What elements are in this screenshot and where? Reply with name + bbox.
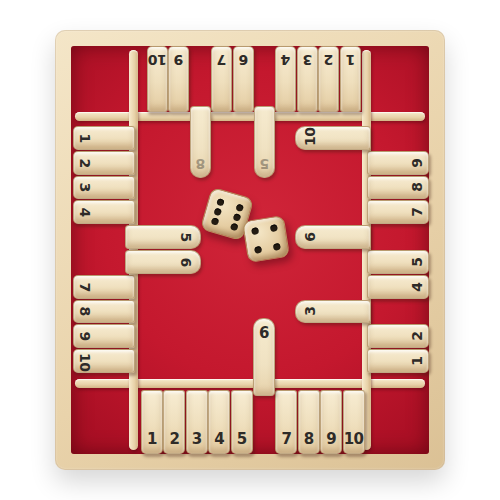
tile-number: 9 xyxy=(321,432,341,447)
tile-right-4-open[interactable]: 4 xyxy=(367,275,429,299)
die-pip xyxy=(254,246,262,254)
tile-top-5-closed[interactable]: 5 xyxy=(254,106,275,178)
tile-right-2-open[interactable]: 2 xyxy=(367,324,429,348)
tile-number: 4 xyxy=(78,204,92,220)
tile-bottom-4-open[interactable]: 4 xyxy=(208,390,230,454)
tile-number: 10 xyxy=(148,53,167,67)
tile-right-10-closed[interactable]: 10 xyxy=(295,126,371,150)
tile-left-2-open[interactable]: 2 xyxy=(73,151,135,175)
tile-bottom-7-open[interactable]: 7 xyxy=(275,390,297,454)
tile-right-1-open[interactable]: 1 xyxy=(367,349,429,373)
tile-top-6-open[interactable]: 6 xyxy=(233,46,254,112)
die-pip xyxy=(230,222,239,231)
tile-number: 10 xyxy=(78,353,92,369)
die-pip xyxy=(210,217,219,226)
tile-bottom-5-open[interactable]: 5 xyxy=(231,390,253,454)
tile-top-7-open[interactable]: 7 xyxy=(211,46,232,112)
die-pip xyxy=(251,227,259,235)
tile-number: 5 xyxy=(255,157,274,171)
tile-left-1-open[interactable]: 1 xyxy=(73,126,135,150)
tile-top-1-open[interactable]: 1 xyxy=(340,46,361,112)
tile-bottom-6-closed[interactable]: 6 xyxy=(253,318,275,396)
tile-number: 1 xyxy=(142,432,162,447)
tile-left-10-open[interactable]: 10 xyxy=(73,349,135,373)
die-pip xyxy=(270,224,278,232)
tile-number: 4 xyxy=(209,432,229,447)
tile-number: 6 xyxy=(303,229,317,245)
tile-number: 8 xyxy=(78,303,92,319)
tile-number: 7 xyxy=(78,279,92,295)
tile-number: 9 xyxy=(410,155,424,171)
tile-bottom-2-open[interactable]: 2 xyxy=(163,390,185,454)
tile-number: 1 xyxy=(341,53,360,67)
tile-number: 6 xyxy=(179,254,193,270)
tile-top-8-closed[interactable]: 8 xyxy=(190,106,211,178)
tile-number: 7 xyxy=(276,432,296,447)
tile-number: 9 xyxy=(78,328,92,344)
tile-bottom-8-open[interactable]: 8 xyxy=(298,390,320,454)
tile-number: 5 xyxy=(232,432,252,447)
tile-right-5-open[interactable]: 5 xyxy=(367,250,429,274)
tile-number: 7 xyxy=(410,204,424,220)
tile-top-10-open[interactable]: 10 xyxy=(147,46,168,112)
tile-left-4-open[interactable]: 4 xyxy=(73,200,135,224)
tile-bottom-9-open[interactable]: 9 xyxy=(320,390,342,454)
tile-number: 8 xyxy=(410,179,424,195)
tile-number: 5 xyxy=(410,254,424,270)
die-showing-4[interactable] xyxy=(242,215,290,263)
tile-number: 3 xyxy=(303,303,317,319)
pivot-rail-bottom xyxy=(75,379,425,388)
tile-left-8-open[interactable]: 8 xyxy=(73,300,135,324)
tile-top-4-open[interactable]: 4 xyxy=(275,46,296,112)
tile-left-9-open[interactable]: 9 xyxy=(73,324,135,348)
tile-number: 10 xyxy=(303,130,317,146)
die-pip xyxy=(213,207,222,216)
tile-right-7-open[interactable]: 7 xyxy=(367,200,429,224)
tile-bottom-1-open[interactable]: 1 xyxy=(141,390,163,454)
tile-number: 9 xyxy=(169,53,188,67)
tile-right-9-open[interactable]: 9 xyxy=(367,151,429,175)
tile-number: 10 xyxy=(344,432,364,447)
tile-bottom-10-open[interactable]: 10 xyxy=(343,390,365,454)
tile-number: 8 xyxy=(191,157,210,171)
tile-right-8-open[interactable]: 8 xyxy=(367,176,429,200)
tile-left-6-closed[interactable]: 6 xyxy=(125,250,201,274)
tile-number: 3 xyxy=(298,53,317,67)
tile-number: 8 xyxy=(299,432,319,447)
tile-top-2-open[interactable]: 2 xyxy=(318,46,339,112)
tile-number: 5 xyxy=(179,229,193,245)
tile-number: 4 xyxy=(410,279,424,295)
tile-left-7-open[interactable]: 7 xyxy=(73,275,135,299)
die-pip xyxy=(273,243,281,251)
tile-number: 3 xyxy=(187,432,207,447)
tile-number: 1 xyxy=(78,130,92,146)
tile-top-9-open[interactable]: 9 xyxy=(168,46,189,112)
tile-left-3-open[interactable]: 3 xyxy=(73,176,135,200)
tile-number: 3 xyxy=(78,179,92,195)
shut-the-box-board: 1098765432112345678910123456789101098765… xyxy=(55,30,445,470)
tile-number: 2 xyxy=(319,53,338,67)
tile-left-5-closed[interactable]: 5 xyxy=(125,225,201,249)
tile-number: 4 xyxy=(276,53,295,67)
tile-number: 2 xyxy=(164,432,184,447)
tile-bottom-3-open[interactable]: 3 xyxy=(186,390,208,454)
die-pip xyxy=(232,212,241,221)
tile-right-3-closed[interactable]: 3 xyxy=(295,300,371,324)
die-pip xyxy=(235,203,244,212)
tile-number: 6 xyxy=(234,53,253,67)
tile-number: 7 xyxy=(212,53,231,67)
tile-number: 6 xyxy=(254,326,274,341)
tile-number: 1 xyxy=(410,353,424,369)
tile-number: 2 xyxy=(78,155,92,171)
tile-top-3-open[interactable]: 3 xyxy=(297,46,318,112)
pivot-rail-top xyxy=(75,112,425,121)
tile-right-6-closed[interactable]: 6 xyxy=(295,225,371,249)
die-pip xyxy=(216,197,225,206)
tile-number: 2 xyxy=(410,328,424,344)
